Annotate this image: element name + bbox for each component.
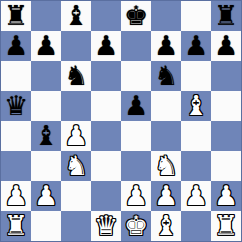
square-c6[interactable]: ♞ [61, 61, 91, 91]
chess-board: ♜♝♚♜♟♟♟♟♟♟♞♞♛♟♝♝♟♞♞♟♟♟♟♟♟♜♛♚♝♜ [0, 0, 242, 242]
black-knight[interactable]: ♞ [64, 62, 88, 89]
square-h7[interactable]: ♟ [211, 31, 241, 61]
square-h3[interactable] [211, 151, 241, 181]
square-e1[interactable]: ♚ [121, 211, 151, 241]
square-a1[interactable]: ♜ [1, 211, 31, 241]
square-g8[interactable] [181, 1, 211, 31]
square-b7[interactable]: ♟ [31, 31, 61, 61]
square-c8[interactable]: ♝ [61, 1, 91, 31]
square-b6[interactable] [31, 61, 61, 91]
square-b4[interactable]: ♝ [31, 121, 61, 151]
square-a7[interactable]: ♟ [1, 31, 31, 61]
white-knight[interactable]: ♞ [154, 152, 178, 179]
white-pawn[interactable]: ♟ [154, 182, 178, 209]
square-b5[interactable] [31, 91, 61, 121]
square-h6[interactable] [211, 61, 241, 91]
black-pawn[interactable]: ♟ [4, 32, 28, 59]
white-pawn[interactable]: ♟ [214, 182, 238, 209]
black-bishop[interactable]: ♝ [34, 122, 58, 149]
white-bishop[interactable]: ♝ [154, 212, 178, 239]
square-d8[interactable] [91, 1, 121, 31]
square-e5[interactable]: ♟ [121, 91, 151, 121]
square-g3[interactable] [181, 151, 211, 181]
white-pawn[interactable]: ♟ [34, 182, 58, 209]
square-g7[interactable]: ♟ [181, 31, 211, 61]
square-d1[interactable]: ♛ [91, 211, 121, 241]
black-pawn[interactable]: ♟ [34, 32, 58, 59]
square-b8[interactable] [31, 1, 61, 31]
white-pawn[interactable]: ♟ [64, 122, 88, 149]
white-rook[interactable]: ♜ [4, 212, 28, 239]
black-queen[interactable]: ♛ [4, 92, 28, 119]
square-h4[interactable] [211, 121, 241, 151]
square-a3[interactable] [1, 151, 31, 181]
square-h1[interactable]: ♜ [211, 211, 241, 241]
black-pawn[interactable]: ♟ [94, 32, 118, 59]
square-f4[interactable] [151, 121, 181, 151]
black-pawn[interactable]: ♟ [214, 32, 238, 59]
square-a4[interactable] [1, 121, 31, 151]
square-a6[interactable] [1, 61, 31, 91]
square-e2[interactable]: ♟ [121, 181, 151, 211]
square-e3[interactable] [121, 151, 151, 181]
white-pawn[interactable]: ♟ [124, 182, 148, 209]
square-b3[interactable] [31, 151, 61, 181]
white-pawn[interactable]: ♟ [184, 182, 208, 209]
square-e8[interactable]: ♚ [121, 1, 151, 31]
square-a2[interactable]: ♟ [1, 181, 31, 211]
square-a5[interactable]: ♛ [1, 91, 31, 121]
black-bishop[interactable]: ♝ [64, 2, 88, 29]
square-f3[interactable]: ♞ [151, 151, 181, 181]
square-h8[interactable]: ♜ [211, 1, 241, 31]
black-rook[interactable]: ♜ [214, 2, 238, 29]
square-c3[interactable]: ♞ [61, 151, 91, 181]
square-d5[interactable] [91, 91, 121, 121]
square-e4[interactable] [121, 121, 151, 151]
white-king[interactable]: ♚ [124, 212, 148, 239]
square-f8[interactable] [151, 1, 181, 31]
square-h2[interactable]: ♟ [211, 181, 241, 211]
square-c1[interactable] [61, 211, 91, 241]
black-pawn[interactable]: ♟ [154, 32, 178, 59]
square-f6[interactable]: ♞ [151, 61, 181, 91]
square-c5[interactable] [61, 91, 91, 121]
square-f2[interactable]: ♟ [151, 181, 181, 211]
square-d4[interactable] [91, 121, 121, 151]
white-pawn[interactable]: ♟ [4, 182, 28, 209]
square-b2[interactable]: ♟ [31, 181, 61, 211]
square-d6[interactable] [91, 61, 121, 91]
square-g6[interactable] [181, 61, 211, 91]
white-bishop[interactable]: ♝ [184, 92, 208, 119]
square-c4[interactable]: ♟ [61, 121, 91, 151]
square-g1[interactable] [181, 211, 211, 241]
square-b1[interactable] [31, 211, 61, 241]
square-d2[interactable] [91, 181, 121, 211]
square-e6[interactable] [121, 61, 151, 91]
white-queen[interactable]: ♛ [94, 212, 118, 239]
black-pawn[interactable]: ♟ [124, 92, 148, 119]
square-d3[interactable] [91, 151, 121, 181]
square-c2[interactable] [61, 181, 91, 211]
square-h5[interactable] [211, 91, 241, 121]
white-knight[interactable]: ♞ [64, 152, 88, 179]
black-king[interactable]: ♚ [124, 2, 148, 29]
black-knight[interactable]: ♞ [154, 62, 178, 89]
square-a8[interactable]: ♜ [1, 1, 31, 31]
square-f7[interactable]: ♟ [151, 31, 181, 61]
square-f1[interactable]: ♝ [151, 211, 181, 241]
black-rook[interactable]: ♜ [4, 2, 28, 29]
square-g5[interactable]: ♝ [181, 91, 211, 121]
square-e7[interactable] [121, 31, 151, 61]
square-d7[interactable]: ♟ [91, 31, 121, 61]
square-g4[interactable] [181, 121, 211, 151]
white-rook[interactable]: ♜ [214, 212, 238, 239]
black-pawn[interactable]: ♟ [184, 32, 208, 59]
square-c7[interactable] [61, 31, 91, 61]
square-f5[interactable] [151, 91, 181, 121]
square-g2[interactable]: ♟ [181, 181, 211, 211]
